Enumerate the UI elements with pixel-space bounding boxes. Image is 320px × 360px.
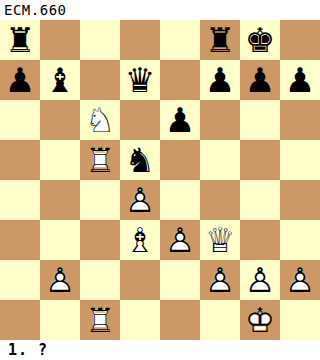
square-b4[interactable] [40,180,80,220]
square-a2[interactable] [0,260,40,300]
white-pawn-piece: ♟♙ [120,180,160,220]
square-a3[interactable] [0,220,40,260]
white-knight-piece: ♞♘ [80,100,120,140]
black-pawn-piece: ♟ [160,100,200,140]
square-d4[interactable]: ♟♙ [120,180,160,220]
white-pawn-piece: ♟♙ [240,260,280,300]
square-h5[interactable] [280,140,320,180]
square-f5[interactable] [200,140,240,180]
puzzle-header: ECM.660 [0,0,320,20]
square-b2[interactable]: ♟♙ [40,260,80,300]
square-f4[interactable] [200,180,240,220]
black-rook-piece: ♜ [200,20,240,60]
square-h4[interactable] [280,180,320,220]
square-d5[interactable]: ♞ [120,140,160,180]
white-queen-piece: ♛♕ [200,220,240,260]
square-c3[interactable] [80,220,120,260]
white-bishop-piece: ♝♗ [120,220,160,260]
square-d3[interactable]: ♝♗ [120,220,160,260]
square-g5[interactable] [240,140,280,180]
square-e7[interactable] [160,60,200,100]
square-a1[interactable] [0,300,40,340]
square-d2[interactable] [120,260,160,300]
white-pawn-piece: ♟♙ [200,260,240,300]
square-a4[interactable] [0,180,40,220]
move-prompt-label: 1. ? [8,341,48,359]
square-h7[interactable]: ♟ [280,60,320,100]
square-c2[interactable] [80,260,120,300]
square-g6[interactable] [240,100,280,140]
square-e2[interactable] [160,260,200,300]
black-pawn-piece: ♟ [0,60,40,100]
square-f7[interactable]: ♟ [200,60,240,100]
white-king-piece: ♚♔ [240,300,280,340]
black-pawn-piece: ♟ [240,60,280,100]
square-g1[interactable]: ♚♔ [240,300,280,340]
square-b6[interactable] [40,100,80,140]
square-e3[interactable]: ♟♙ [160,220,200,260]
square-f1[interactable] [200,300,240,340]
white-rook-piece: ♜♖ [80,300,120,340]
black-bishop-piece: ♝ [40,60,80,100]
square-f3[interactable]: ♛♕ [200,220,240,260]
square-d1[interactable] [120,300,160,340]
black-pawn-piece: ♟ [280,60,320,100]
square-e5[interactable] [160,140,200,180]
square-b8[interactable] [40,20,80,60]
square-a7[interactable]: ♟ [0,60,40,100]
square-h8[interactable] [280,20,320,60]
white-pawn-piece: ♟♙ [280,260,320,300]
white-pawn-piece: ♟♙ [160,220,200,260]
chess-board: ♜♜♚♟♝♛♟♟♟♞♘♟♜♖♞♟♙♝♗♟♙♛♕♟♙♟♙♟♙♟♙♜♖♚♔ [0,20,320,340]
white-rook-piece: ♜♖ [80,140,120,180]
square-b7[interactable]: ♝ [40,60,80,100]
square-c6[interactable]: ♞♘ [80,100,120,140]
square-e6[interactable]: ♟ [160,100,200,140]
square-e8[interactable] [160,20,200,60]
square-c7[interactable] [80,60,120,100]
square-g7[interactable]: ♟ [240,60,280,100]
square-d8[interactable] [120,20,160,60]
square-a6[interactable] [0,100,40,140]
square-g2[interactable]: ♟♙ [240,260,280,300]
square-f2[interactable]: ♟♙ [200,260,240,300]
square-d7[interactable]: ♛ [120,60,160,100]
square-b1[interactable] [40,300,80,340]
black-queen-piece: ♛ [120,60,160,100]
square-h1[interactable] [280,300,320,340]
black-pawn-piece: ♟ [200,60,240,100]
square-b5[interactable] [40,140,80,180]
puzzle-footer: 1. ? [0,340,320,360]
square-c5[interactable]: ♜♖ [80,140,120,180]
square-e1[interactable] [160,300,200,340]
square-f6[interactable] [200,100,240,140]
square-c4[interactable] [80,180,120,220]
black-rook-piece: ♜ [0,20,40,60]
square-a8[interactable]: ♜ [0,20,40,60]
square-h3[interactable] [280,220,320,260]
square-a5[interactable] [0,140,40,180]
black-king-piece: ♚ [240,20,280,60]
square-e4[interactable] [160,180,200,220]
white-pawn-piece: ♟♙ [40,260,80,300]
square-g8[interactable]: ♚ [240,20,280,60]
square-c8[interactable] [80,20,120,60]
square-h2[interactable]: ♟♙ [280,260,320,300]
square-c1[interactable]: ♜♖ [80,300,120,340]
square-f8[interactable]: ♜ [200,20,240,60]
chess-puzzle-window: ECM.660 ♜♜♚♟♝♛♟♟♟♞♘♟♜♖♞♟♙♝♗♟♙♛♕♟♙♟♙♟♙♟♙♜… [0,0,320,360]
square-g4[interactable] [240,180,280,220]
black-knight-piece: ♞ [120,140,160,180]
square-b3[interactable] [40,220,80,260]
square-d6[interactable] [120,100,160,140]
square-h6[interactable] [280,100,320,140]
puzzle-id-label: ECM.660 [4,2,67,18]
square-g3[interactable] [240,220,280,260]
